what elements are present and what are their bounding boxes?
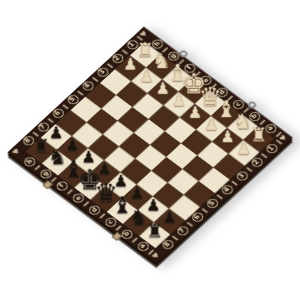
white-pawn-glyph: ♟ [237,141,251,157]
white-pawn-glyph: ♟ [188,105,202,121]
white-pawn-glyph: ♟ [123,57,137,73]
black-pawn-glyph: ♟ [65,137,79,153]
black-pawn-glyph: ♟ [49,125,63,141]
black-rook-glyph: ♜ [146,221,163,240]
white-rook-glyph: ♜ [250,125,267,144]
white-pawn-glyph: ♟ [221,129,235,145]
board-squares: ♜♟♟♜♞♟♟♞♝♟♟♝♚♟♟♚♛♟♟♛♝♟♟♝♞♟♟♞♜♟♟♜ [26,42,275,248]
black-knight-glyph: ♞ [129,208,148,229]
white-knight-glyph: ♞ [233,112,252,133]
white-pawn-glyph: ♟ [139,69,153,85]
white-pawn-glyph: ♟ [156,81,170,97]
black-pawn-glyph: ♟ [162,210,176,226]
chess-board: ♥ 87654321 ♥ hgfedcba ♜♟♟♜♞♟♟♞♝♟♟♝♚♟♟♚♛♟… [7,27,292,264]
white-pawn-glyph: ♟ [172,93,186,109]
white-pawn-glyph: ♟ [204,117,218,133]
chess-set-photo: ♥ 87654321 ♥ hgfedcba ♜♟♟♜♞♟♟♞♝♟♟♝♚♟♟♚♛♟… [0,0,300,300]
black-pawn-glyph: ♟ [146,198,160,214]
